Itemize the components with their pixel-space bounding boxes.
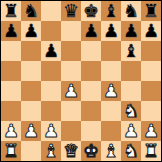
square-a8[interactable]: ♜	[1, 1, 21, 21]
black-pawn[interactable]: ♟	[3, 21, 19, 41]
square-b1[interactable]	[21, 141, 41, 161]
square-d5[interactable]	[61, 61, 81, 81]
white-knight[interactable]: ♞	[123, 101, 139, 121]
square-g4[interactable]	[121, 81, 141, 101]
square-a6[interactable]	[1, 41, 21, 61]
black-pawn[interactable]: ♟	[103, 21, 119, 41]
square-e4[interactable]	[81, 81, 101, 101]
square-b5[interactable]	[21, 61, 41, 81]
square-f6[interactable]	[101, 41, 121, 61]
square-c6[interactable]: ♟	[41, 41, 61, 61]
square-c3[interactable]	[41, 101, 61, 121]
square-h8[interactable]: ♜	[141, 1, 161, 21]
square-c5[interactable]	[41, 61, 61, 81]
square-a3[interactable]	[1, 101, 21, 121]
square-e1[interactable]: ♚	[81, 141, 101, 161]
white-rook[interactable]: ♜	[3, 141, 19, 161]
square-h1[interactable]: ♜	[141, 141, 161, 161]
square-c7[interactable]	[41, 21, 61, 41]
white-pawn[interactable]: ♟	[23, 121, 39, 141]
square-e7[interactable]: ♟	[81, 21, 101, 41]
square-g1[interactable]: ♞	[121, 141, 141, 161]
black-pawn[interactable]: ♟	[83, 21, 99, 41]
square-b6[interactable]	[21, 41, 41, 61]
square-h4[interactable]	[141, 81, 161, 101]
black-rook[interactable]: ♜	[143, 1, 159, 21]
square-e3[interactable]	[81, 101, 101, 121]
square-b2[interactable]: ♟	[21, 121, 41, 141]
white-pawn[interactable]: ♟	[123, 121, 139, 141]
black-pawn[interactable]: ♟	[143, 21, 159, 41]
black-queen[interactable]: ♛	[63, 1, 79, 21]
square-g8[interactable]: ♞	[121, 1, 141, 21]
chess-board-frame: ♜♞♛♚♝♞♜♟♟♟♟♟♟♟♝♟♟♞♟♟♟♟♟♜♝♛♚♝♞♜	[0, 0, 162, 162]
white-king[interactable]: ♚	[83, 141, 99, 161]
square-b4[interactable]	[21, 81, 41, 101]
square-a7[interactable]: ♟	[1, 21, 21, 41]
square-f4[interactable]: ♟	[101, 81, 121, 101]
white-knight[interactable]: ♞	[123, 141, 139, 161]
square-g6[interactable]: ♝	[121, 41, 141, 61]
square-a2[interactable]: ♟	[1, 121, 21, 141]
white-pawn[interactable]: ♟	[143, 121, 159, 141]
square-e5[interactable]	[81, 61, 101, 81]
square-d3[interactable]	[61, 101, 81, 121]
white-bishop[interactable]: ♝	[103, 141, 119, 161]
square-h7[interactable]: ♟	[141, 21, 161, 41]
square-d4[interactable]: ♟	[61, 81, 81, 101]
white-queen[interactable]: ♛	[63, 141, 79, 161]
square-c4[interactable]	[41, 81, 61, 101]
square-c2[interactable]: ♟	[41, 121, 61, 141]
square-d2[interactable]	[61, 121, 81, 141]
square-f7[interactable]: ♟	[101, 21, 121, 41]
white-pawn[interactable]: ♟	[3, 121, 19, 141]
square-a4[interactable]	[1, 81, 21, 101]
square-d6[interactable]	[61, 41, 81, 61]
square-b7[interactable]: ♟	[21, 21, 41, 41]
square-h3[interactable]	[141, 101, 161, 121]
square-f5[interactable]	[101, 61, 121, 81]
black-pawn[interactable]: ♟	[43, 41, 59, 61]
black-pawn[interactable]: ♟	[23, 21, 39, 41]
square-g2[interactable]: ♟	[121, 121, 141, 141]
white-pawn[interactable]: ♟	[43, 121, 59, 141]
square-g3[interactable]: ♞	[121, 101, 141, 121]
chess-board: ♜♞♛♚♝♞♜♟♟♟♟♟♟♟♝♟♟♞♟♟♟♟♟♜♝♛♚♝♞♜	[1, 1, 161, 161]
square-g7[interactable]: ♟	[121, 21, 141, 41]
square-d7[interactable]	[61, 21, 81, 41]
square-c1[interactable]: ♝	[41, 141, 61, 161]
square-f2[interactable]	[101, 121, 121, 141]
white-pawn[interactable]: ♟	[63, 81, 79, 101]
black-king[interactable]: ♚	[83, 1, 99, 21]
square-e8[interactable]: ♚	[81, 1, 101, 21]
black-rook[interactable]: ♜	[3, 1, 19, 21]
square-f1[interactable]: ♝	[101, 141, 121, 161]
black-knight[interactable]: ♞	[23, 1, 39, 21]
black-knight[interactable]: ♞	[123, 1, 139, 21]
black-pawn[interactable]: ♟	[123, 21, 139, 41]
square-f8[interactable]: ♝	[101, 1, 121, 21]
square-h5[interactable]	[141, 61, 161, 81]
square-h6[interactable]	[141, 41, 161, 61]
square-b3[interactable]	[21, 101, 41, 121]
white-rook[interactable]: ♜	[143, 141, 159, 161]
square-h2[interactable]: ♟	[141, 121, 161, 141]
black-bishop[interactable]: ♝	[123, 41, 139, 61]
square-e2[interactable]	[81, 121, 101, 141]
square-b8[interactable]: ♞	[21, 1, 41, 21]
square-a5[interactable]	[1, 61, 21, 81]
square-g5[interactable]	[121, 61, 141, 81]
square-c8[interactable]	[41, 1, 61, 21]
white-bishop[interactable]: ♝	[43, 141, 59, 161]
white-pawn[interactable]: ♟	[103, 81, 119, 101]
black-bishop[interactable]: ♝	[103, 1, 119, 21]
square-e6[interactable]	[81, 41, 101, 61]
square-f3[interactable]	[101, 101, 121, 121]
square-d8[interactable]: ♛	[61, 1, 81, 21]
square-d1[interactable]: ♛	[61, 141, 81, 161]
square-a1[interactable]: ♜	[1, 141, 21, 161]
